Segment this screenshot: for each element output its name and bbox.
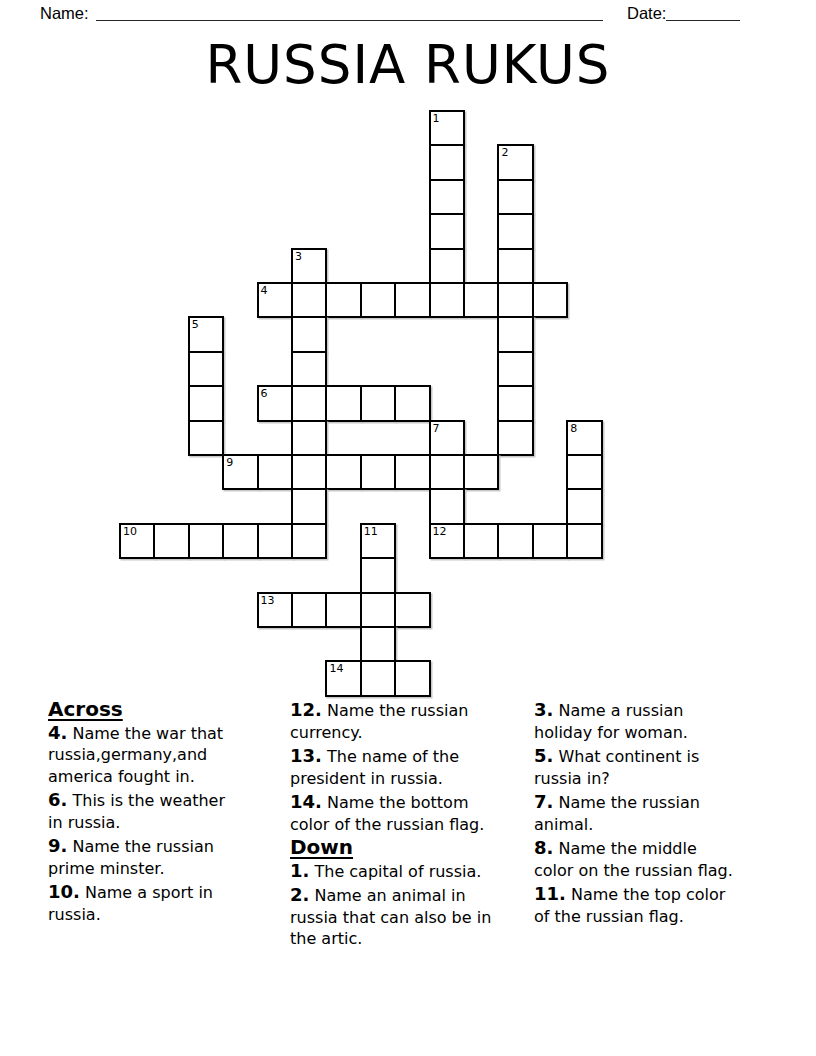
clue: 8. Name the middle color on the russian … xyxy=(534,837,739,881)
grid-cell[interactable] xyxy=(429,179,465,215)
grid-cell[interactable] xyxy=(291,454,327,490)
grid-cell[interactable] xyxy=(394,592,430,628)
grid-cell[interactable] xyxy=(497,282,533,318)
name-label: Name: xyxy=(40,4,89,23)
grid-cell[interactable] xyxy=(394,385,430,421)
clue-number: 12 xyxy=(433,525,447,538)
grid-cell[interactable] xyxy=(497,351,533,387)
clue: 3. Name a russian holiday for woman. xyxy=(534,699,739,743)
grid-cell[interactable]: 12 xyxy=(429,523,465,559)
clue: 14. Name the bottom color of the russian… xyxy=(290,791,500,835)
grid-cell[interactable] xyxy=(532,282,568,318)
grid-cell[interactable] xyxy=(429,454,465,490)
clue-number: 1 xyxy=(433,112,440,125)
grid-cell[interactable] xyxy=(188,420,224,456)
grid-cell[interactable]: 6 xyxy=(257,385,293,421)
clue: 12. Name the russian currency. xyxy=(290,699,500,743)
clue-num: 5. xyxy=(534,745,553,766)
clue-number: 14 xyxy=(329,662,343,675)
grid-cell[interactable] xyxy=(429,213,465,249)
grid-cell[interactable] xyxy=(463,454,499,490)
clue: 6. This is the weather in russia. xyxy=(48,789,240,833)
grid-cell[interactable] xyxy=(463,523,499,559)
clue-num: 11. xyxy=(534,883,566,904)
grid-cell[interactable] xyxy=(360,282,396,318)
clue: 9. Name the russian prime minster. xyxy=(48,835,240,879)
grid-cell[interactable]: 9 xyxy=(222,454,258,490)
clue: 1. The capital of russia. xyxy=(290,860,500,883)
grid-cell[interactable] xyxy=(257,523,293,559)
clue: 7. Name the russian animal. xyxy=(534,791,739,835)
puzzle-title: RUSSIA RUKUS xyxy=(0,36,816,94)
grid-cell[interactable] xyxy=(463,282,499,318)
grid-cell[interactable] xyxy=(188,351,224,387)
clue-number: 2 xyxy=(501,146,508,159)
grid-cell[interactable] xyxy=(360,660,396,696)
grid-cell[interactable]: 5 xyxy=(188,316,224,352)
grid-cell[interactable] xyxy=(532,523,568,559)
grid-cell[interactable] xyxy=(566,454,602,490)
grid-cell[interactable] xyxy=(497,248,533,284)
clue-num: 4. xyxy=(48,722,67,743)
grid-cell[interactable] xyxy=(360,385,396,421)
clue-column: 3. Name a russian holiday for woman.5. W… xyxy=(534,699,739,929)
clue: 5. What continent is russia in? xyxy=(534,745,739,789)
grid-cell[interactable] xyxy=(360,592,396,628)
crossword-grid: 1234567891011121314 xyxy=(119,110,605,700)
grid-cell[interactable] xyxy=(188,385,224,421)
grid-cell[interactable]: 8 xyxy=(566,420,602,456)
grid-cell[interactable]: 11 xyxy=(360,523,396,559)
grid-cell[interactable] xyxy=(566,488,602,524)
grid-cell[interactable]: 13 xyxy=(257,592,293,628)
clue-number: 5 xyxy=(192,318,199,331)
clue-column: Across4. Name the war that russia,german… xyxy=(48,699,240,927)
grid-cell[interactable] xyxy=(360,557,396,593)
worksheet-page: Name: Date: RUSSIA RUKUS 123456789101112… xyxy=(0,0,816,1056)
clue-column: 12. Name the russian currency.13. The na… xyxy=(290,699,500,952)
grid-cell[interactable] xyxy=(497,213,533,249)
clue-number: 4 xyxy=(261,284,268,297)
grid-cell[interactable] xyxy=(394,454,430,490)
clue-number: 6 xyxy=(261,387,268,400)
grid-cell[interactable] xyxy=(291,592,327,628)
clue-num: 10. xyxy=(48,881,80,902)
grid-cell[interactable]: 3 xyxy=(291,248,327,284)
grid-cell[interactable] xyxy=(429,248,465,284)
clue-number: 3 xyxy=(295,250,302,263)
clue: 2. Name an animal in russia that can als… xyxy=(290,884,500,950)
clue-number: 13 xyxy=(261,594,275,607)
grid-cell[interactable] xyxy=(429,144,465,180)
clue-number: 10 xyxy=(123,525,137,538)
grid-cell[interactable] xyxy=(325,385,361,421)
grid-cell[interactable] xyxy=(360,454,396,490)
grid-cell[interactable] xyxy=(291,351,327,387)
clue-number: 7 xyxy=(433,422,440,435)
clue-num: 2. xyxy=(290,884,309,905)
clue-num: 12. xyxy=(290,699,322,720)
grid-cell[interactable] xyxy=(291,488,327,524)
grid-cell[interactable] xyxy=(497,420,533,456)
grid-cell[interactable] xyxy=(291,523,327,559)
grid-cell[interactable] xyxy=(291,316,327,352)
grid-cell[interactable]: 4 xyxy=(257,282,293,318)
grid-cell[interactable] xyxy=(429,282,465,318)
grid-cell[interactable] xyxy=(222,523,258,559)
grid-cell[interactable] xyxy=(394,282,430,318)
clue-num: 7. xyxy=(534,791,553,812)
clue: 4. Name the war that russia,germany,and … xyxy=(48,722,240,788)
grid-cell[interactable] xyxy=(497,179,533,215)
grid-cell[interactable] xyxy=(153,523,189,559)
grid-cell[interactable] xyxy=(497,385,533,421)
grid-cell[interactable]: 10 xyxy=(119,523,155,559)
grid-cell[interactable] xyxy=(325,282,361,318)
clue-num: 14. xyxy=(290,791,322,812)
clue-number: 8 xyxy=(570,422,577,435)
grid-cell[interactable] xyxy=(429,488,465,524)
clue-num: 3. xyxy=(534,699,553,720)
grid-cell[interactable] xyxy=(257,454,293,490)
grid-cell[interactable]: 2 xyxy=(497,144,533,180)
date-input-line[interactable] xyxy=(666,6,740,21)
grid-cell[interactable] xyxy=(360,626,396,662)
grid-cell[interactable] xyxy=(566,523,602,559)
clue-num: 1. xyxy=(290,860,309,881)
clue-number: 9 xyxy=(226,456,233,469)
grid-cell[interactable]: 14 xyxy=(325,660,361,696)
clue: 13. The name of the president in russia. xyxy=(290,745,500,789)
grid-cell[interactable] xyxy=(394,660,430,696)
grid-cell[interactable] xyxy=(188,523,224,559)
grid-cell[interactable] xyxy=(497,523,533,559)
clue-number: 11 xyxy=(364,525,378,538)
grid-cell[interactable]: 1 xyxy=(429,110,465,146)
clue: 10. Name a sport in russia. xyxy=(48,881,240,925)
clue-num: 9. xyxy=(48,835,67,856)
clue-list-heading: Across xyxy=(48,699,240,721)
clue-num: 8. xyxy=(534,837,553,858)
grid-cell[interactable] xyxy=(325,592,361,628)
clue-list-heading: Down xyxy=(290,837,500,859)
name-input-line[interactable] xyxy=(96,6,603,21)
clue-num: 13. xyxy=(290,745,322,766)
grid-cell[interactable] xyxy=(291,385,327,421)
grid-cell[interactable] xyxy=(291,282,327,318)
grid-cell[interactable] xyxy=(325,454,361,490)
grid-cell[interactable]: 7 xyxy=(429,420,465,456)
clue: 11. Name the top color of the russian fl… xyxy=(534,883,739,927)
grid-cell[interactable] xyxy=(497,316,533,352)
date-label: Date: xyxy=(627,4,666,23)
grid-cell[interactable] xyxy=(291,420,327,456)
clue-num: 6. xyxy=(48,789,67,810)
